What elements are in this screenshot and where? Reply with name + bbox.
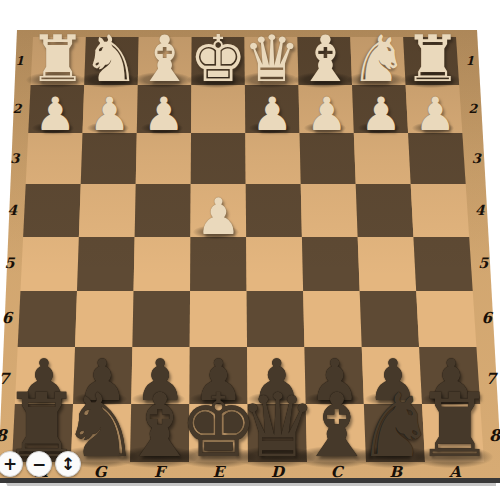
rank-label-left-5: 5	[5, 254, 16, 271]
piece-black-rook-a8[interactable]: ♜	[385, 383, 500, 471]
square-h4[interactable]	[23, 184, 81, 237]
square-c5[interactable]	[302, 237, 360, 291]
piece-white-rook-a1[interactable]: ♜	[362, 27, 500, 91]
rank-label-right-5: 5	[478, 254, 489, 271]
rank-label-left-6: 6	[2, 309, 14, 327]
square-a6[interactable]	[416, 291, 476, 347]
square-h6[interactable]	[18, 291, 77, 347]
square-a5[interactable]	[413, 237, 472, 291]
square-c4[interactable]	[301, 184, 358, 237]
square-d6[interactable]	[247, 291, 305, 347]
square-f6[interactable]	[132, 291, 190, 347]
square-a4[interactable]	[411, 184, 469, 237]
flip-board-button[interactable]: ↕	[55, 451, 81, 477]
piece-white-pawn-a2[interactable]: ♟	[365, 92, 500, 138]
rank-label-right-6: 6	[482, 309, 494, 327]
square-g6[interactable]	[75, 291, 133, 347]
zoom-out-button[interactable]: −	[26, 451, 52, 477]
rank-label-right-4: 4	[475, 202, 485, 218]
square-f5[interactable]	[134, 237, 191, 291]
square-h5[interactable]	[20, 237, 78, 291]
piece-white-pawn-e4[interactable]: ♟	[148, 192, 288, 242]
square-b4[interactable]	[356, 184, 414, 237]
square-d5[interactable]	[246, 237, 303, 291]
rank-label-left-4: 4	[7, 202, 17, 218]
chess-3d-scene: 1122334455667788HGFEDCBA ♜♞♝♚♛♝♞♜♟♟♟♟♟♟♟…	[0, 0, 500, 486]
square-b6[interactable]	[360, 291, 419, 347]
board-front-edge	[0, 478, 500, 483]
square-g4[interactable]	[79, 184, 136, 237]
square-e3[interactable]	[191, 133, 246, 184]
square-c6[interactable]	[303, 291, 362, 347]
square-e6[interactable]	[190, 291, 247, 347]
square-g5[interactable]	[77, 237, 135, 291]
square-b5[interactable]	[358, 237, 417, 291]
